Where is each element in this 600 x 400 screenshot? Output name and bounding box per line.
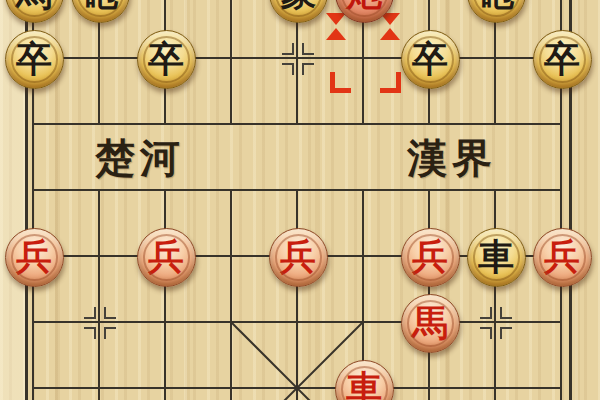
selection-arrow-up bbox=[380, 28, 400, 40]
piece-black-soldier[interactable]: 卒 bbox=[533, 30, 592, 89]
piece-red-soldier[interactable]: 兵 bbox=[137, 228, 196, 287]
point-marker-corner bbox=[302, 63, 314, 75]
piece-red-soldier[interactable]: 兵 bbox=[401, 228, 460, 287]
point-marker-corner bbox=[302, 43, 314, 55]
selection-arrow-down bbox=[326, 13, 346, 25]
piece-red-soldier[interactable]: 兵 bbox=[5, 228, 64, 287]
piece-black-chariot[interactable]: 車 bbox=[467, 228, 526, 287]
board-grid-lines bbox=[0, 0, 600, 400]
point-marker-corner bbox=[480, 327, 492, 339]
point-marker-corner bbox=[282, 43, 294, 55]
point-marker-corner bbox=[500, 327, 512, 339]
point-marker-corner bbox=[84, 327, 96, 339]
piece-black-soldier[interactable]: 卒 bbox=[5, 30, 64, 89]
point-marker-corner bbox=[104, 327, 116, 339]
selection-origin-bracket bbox=[380, 72, 401, 93]
piece-black-soldier[interactable]: 卒 bbox=[137, 30, 196, 89]
point-marker-corner bbox=[84, 307, 96, 319]
piece-black-soldier[interactable]: 卒 bbox=[401, 30, 460, 89]
point-marker-corner bbox=[104, 307, 116, 319]
point-marker-corner bbox=[480, 307, 492, 319]
piece-red-soldier[interactable]: 兵 bbox=[533, 228, 592, 287]
selection-arrow-up bbox=[326, 28, 346, 40]
xiangqi-board[interactable]: 楚河 漢界 馬砲象炮砲卒卒卒卒兵兵兵兵車兵馬車 bbox=[0, 0, 600, 400]
point-marker-corner bbox=[282, 63, 294, 75]
point-marker-corner bbox=[500, 307, 512, 319]
piece-red-horse[interactable]: 馬 bbox=[401, 294, 460, 353]
piece-red-soldier[interactable]: 兵 bbox=[269, 228, 328, 287]
selection-origin-bracket bbox=[330, 72, 351, 93]
